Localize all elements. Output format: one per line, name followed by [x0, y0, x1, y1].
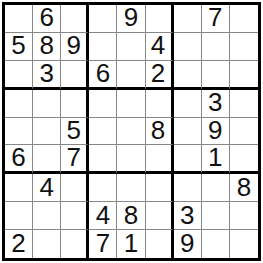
cell-r3c2[interactable]: 3	[33, 61, 61, 90]
cell-r4c1[interactable]	[5, 90, 33, 118]
cell-r7c5[interactable]	[117, 174, 145, 202]
cell-r7c6[interactable]	[146, 174, 174, 202]
cell-r2c4[interactable]	[89, 33, 117, 61]
cell-r9c6[interactable]	[146, 230, 174, 258]
cell-r8c1[interactable]	[5, 202, 33, 230]
cell-r9c8[interactable]	[202, 230, 230, 258]
cell-r9c2[interactable]	[33, 230, 61, 258]
cell-r8c2[interactable]	[33, 202, 61, 230]
cell-r5c1[interactable]	[5, 118, 33, 146]
cell-r9c3[interactable]	[61, 230, 89, 258]
cell-r2c7[interactable]	[174, 33, 202, 61]
given-digit: 5	[67, 117, 81, 143]
cell-r7c2[interactable]: 4	[33, 174, 61, 202]
cell-r8c7[interactable]: 3	[174, 202, 202, 230]
given-digit: 8	[151, 117, 165, 143]
cell-r1c5[interactable]: 9	[117, 5, 145, 33]
given-digit: 7	[67, 144, 81, 170]
given-digit: 3	[39, 60, 53, 86]
given-digit: 8	[39, 32, 53, 58]
cell-r6c9[interactable]	[230, 145, 258, 174]
cell-r3c8[interactable]	[202, 61, 230, 90]
sudoku-board: 69758943623589671484832719	[2, 2, 261, 261]
cell-r6c2[interactable]	[33, 145, 61, 174]
given-digit: 1	[124, 230, 138, 256]
given-digit: 6	[96, 60, 110, 86]
cell-r1c9[interactable]	[230, 5, 258, 33]
cell-r2c1[interactable]: 5	[5, 33, 33, 61]
cell-r1c1[interactable]	[5, 5, 33, 33]
given-digit: 3	[180, 202, 194, 228]
cell-r7c1[interactable]	[5, 174, 33, 202]
cell-r2c6[interactable]: 4	[146, 33, 174, 61]
given-digit: 3	[208, 89, 222, 115]
cell-r8c9[interactable]	[230, 202, 258, 230]
cell-r1c3[interactable]	[61, 5, 89, 33]
given-digit: 9	[67, 32, 81, 58]
cell-r8c6[interactable]	[146, 202, 174, 230]
cell-r5c3[interactable]: 5	[61, 118, 89, 146]
cell-r9c1[interactable]: 2	[5, 230, 33, 258]
cell-r6c3[interactable]: 7	[61, 145, 89, 174]
given-digit: 9	[124, 4, 138, 30]
given-digit: 7	[208, 4, 222, 30]
cell-r1c6[interactable]	[146, 5, 174, 33]
cell-r7c3[interactable]	[61, 174, 89, 202]
cell-r1c2[interactable]: 6	[33, 5, 61, 33]
cell-r8c3[interactable]	[61, 202, 89, 230]
cell-r3c1[interactable]	[5, 61, 33, 90]
cell-r8c5[interactable]: 8	[117, 202, 145, 230]
cell-r4c8[interactable]: 3	[202, 90, 230, 118]
cell-r3c4[interactable]: 6	[89, 61, 117, 90]
cell-r2c2[interactable]: 8	[33, 33, 61, 61]
cell-r5c2[interactable]	[33, 118, 61, 146]
cell-r9c5[interactable]: 1	[117, 230, 145, 258]
given-digit: 5	[11, 32, 25, 58]
cell-r6c5[interactable]	[117, 145, 145, 174]
cell-r6c6[interactable]	[146, 145, 174, 174]
given-digit: 4	[39, 174, 53, 200]
cell-r6c8[interactable]: 1	[202, 145, 230, 174]
cell-r3c6[interactable]: 2	[146, 61, 174, 90]
cell-r7c8[interactable]	[202, 174, 230, 202]
cell-r9c9[interactable]	[230, 230, 258, 258]
cell-r5c5[interactable]	[117, 118, 145, 146]
cell-r1c4[interactable]	[89, 5, 117, 33]
cell-r9c7[interactable]: 9	[174, 230, 202, 258]
cell-r3c3[interactable]	[61, 61, 89, 90]
given-digit: 2	[151, 60, 165, 86]
cell-r5c4[interactable]	[89, 118, 117, 146]
cell-r5c6[interactable]: 8	[146, 118, 174, 146]
cell-r6c7[interactable]	[174, 145, 202, 174]
given-digit: 9	[180, 230, 194, 256]
given-digit: 7	[96, 230, 110, 256]
cell-r4c3[interactable]	[61, 90, 89, 118]
cell-r5c9[interactable]	[230, 118, 258, 146]
cell-r4c2[interactable]	[33, 90, 61, 118]
cell-r7c4[interactable]	[89, 174, 117, 202]
cell-r4c6[interactable]	[146, 90, 174, 118]
cell-r6c1[interactable]: 6	[5, 145, 33, 174]
cell-r3c7[interactable]	[174, 61, 202, 90]
given-digit: 9	[208, 117, 222, 143]
given-digit: 1	[208, 144, 222, 170]
cell-r9c4[interactable]: 7	[89, 230, 117, 258]
cell-r2c3[interactable]: 9	[61, 33, 89, 61]
cell-r8c8[interactable]	[202, 202, 230, 230]
cell-r4c7[interactable]	[174, 90, 202, 118]
cell-r3c5[interactable]	[117, 61, 145, 90]
cell-r1c7[interactable]	[174, 5, 202, 33]
sudoku-page: 69758943623589671484832719	[0, 2, 263, 263]
given-digit: 2	[11, 230, 25, 256]
given-digit: 6	[11, 144, 25, 170]
cell-r2c5[interactable]	[117, 33, 145, 61]
cell-r4c9[interactable]	[230, 90, 258, 118]
cell-r7c7[interactable]	[174, 174, 202, 202]
cell-r4c4[interactable]	[89, 90, 117, 118]
cell-r2c8[interactable]	[202, 33, 230, 61]
given-digit: 8	[124, 202, 138, 228]
given-digit: 6	[39, 4, 53, 30]
given-digit: 8	[237, 174, 251, 200]
given-digit: 4	[151, 32, 165, 58]
cell-r4c5[interactable]	[117, 90, 145, 118]
cell-r3c9[interactable]	[230, 61, 258, 90]
cell-r8c4[interactable]: 4	[89, 202, 117, 230]
cell-r5c7[interactable]	[174, 118, 202, 146]
cell-r2c9[interactable]	[230, 33, 258, 61]
cell-r7c9[interactable]: 8	[230, 174, 258, 202]
cell-r1c8[interactable]: 7	[202, 5, 230, 33]
given-digit: 4	[96, 202, 110, 228]
cell-r5c8[interactable]: 9	[202, 118, 230, 146]
cell-r6c4[interactable]	[89, 145, 117, 174]
